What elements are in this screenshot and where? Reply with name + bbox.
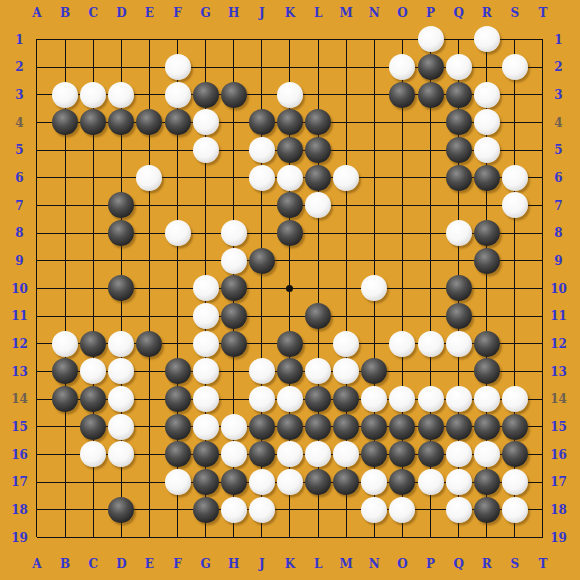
intersection-R15[interactable] [473, 413, 501, 441]
intersection-F9[interactable] [163, 247, 191, 275]
intersection-S19[interactable] [501, 524, 529, 552]
intersection-B18[interactable] [51, 496, 79, 524]
intersection-Q15[interactable] [445, 413, 473, 441]
intersection-T6[interactable] [529, 164, 557, 192]
intersection-O6[interactable] [388, 164, 416, 192]
intersection-N11[interactable] [360, 302, 388, 330]
intersection-D9[interactable] [107, 247, 135, 275]
intersection-D5[interactable] [107, 136, 135, 164]
intersection-K11[interactable] [276, 302, 304, 330]
intersection-D19[interactable] [107, 524, 135, 552]
intersection-P1[interactable] [416, 26, 444, 54]
intersection-H4[interactable] [220, 109, 248, 137]
intersection-H1[interactable] [220, 26, 248, 54]
intersection-K19[interactable] [276, 524, 304, 552]
intersection-S9[interactable] [501, 247, 529, 275]
intersection-E10[interactable] [135, 275, 163, 303]
intersection-G10[interactable] [192, 275, 220, 303]
intersection-Q14[interactable] [445, 385, 473, 413]
intersection-R11[interactable] [473, 302, 501, 330]
intersection-T5[interactable] [529, 136, 557, 164]
intersection-F13[interactable] [163, 358, 191, 386]
intersection-L1[interactable] [304, 26, 332, 54]
intersection-H11[interactable] [220, 302, 248, 330]
intersection-D4[interactable] [107, 109, 135, 137]
intersection-R3[interactable] [473, 81, 501, 109]
intersection-L3[interactable] [304, 81, 332, 109]
intersection-K17[interactable] [276, 468, 304, 496]
intersection-F8[interactable] [163, 219, 191, 247]
intersection-G19[interactable] [192, 524, 220, 552]
intersection-S16[interactable] [501, 441, 529, 469]
intersection-D10[interactable] [107, 275, 135, 303]
intersection-S5[interactable] [501, 136, 529, 164]
intersection-H19[interactable] [220, 524, 248, 552]
intersection-S15[interactable] [501, 413, 529, 441]
intersection-B16[interactable] [51, 441, 79, 469]
intersection-F11[interactable] [163, 302, 191, 330]
intersection-E11[interactable] [135, 302, 163, 330]
intersection-G9[interactable] [192, 247, 220, 275]
intersection-D1[interactable] [107, 26, 135, 54]
intersection-O11[interactable] [388, 302, 416, 330]
intersection-C1[interactable] [79, 26, 107, 54]
intersection-A9[interactable] [23, 247, 51, 275]
intersection-J3[interactable] [248, 81, 276, 109]
intersection-M10[interactable] [332, 275, 360, 303]
intersection-L18[interactable] [304, 496, 332, 524]
intersection-N12[interactable] [360, 330, 388, 358]
intersection-N8[interactable] [360, 219, 388, 247]
intersection-Q19[interactable] [445, 524, 473, 552]
intersection-C14[interactable] [79, 385, 107, 413]
intersection-N19[interactable] [360, 524, 388, 552]
intersection-C4[interactable] [79, 109, 107, 137]
intersection-D14[interactable] [107, 385, 135, 413]
intersection-Q16[interactable] [445, 441, 473, 469]
intersection-S8[interactable] [501, 219, 529, 247]
intersection-A2[interactable] [23, 53, 51, 81]
intersection-H18[interactable] [220, 496, 248, 524]
intersection-M1[interactable] [332, 26, 360, 54]
intersection-B15[interactable] [51, 413, 79, 441]
intersection-G4[interactable] [192, 109, 220, 137]
intersection-O9[interactable] [388, 247, 416, 275]
intersection-H15[interactable] [220, 413, 248, 441]
intersection-Q6[interactable] [445, 164, 473, 192]
intersection-S1[interactable] [501, 26, 529, 54]
intersection-A1[interactable] [23, 26, 51, 54]
intersection-R4[interactable] [473, 109, 501, 137]
intersection-C18[interactable] [79, 496, 107, 524]
intersection-E5[interactable] [135, 136, 163, 164]
intersection-O5[interactable] [388, 136, 416, 164]
intersection-B14[interactable] [51, 385, 79, 413]
intersection-S4[interactable] [501, 109, 529, 137]
intersection-A3[interactable] [23, 81, 51, 109]
intersection-L7[interactable] [304, 192, 332, 220]
intersection-N10[interactable] [360, 275, 388, 303]
intersection-B19[interactable] [51, 524, 79, 552]
intersection-P2[interactable] [416, 53, 444, 81]
intersection-N17[interactable] [360, 468, 388, 496]
intersection-B10[interactable] [51, 275, 79, 303]
intersection-Q4[interactable] [445, 109, 473, 137]
intersection-P4[interactable] [416, 109, 444, 137]
intersection-F18[interactable] [163, 496, 191, 524]
intersection-M12[interactable] [332, 330, 360, 358]
intersection-C12[interactable] [79, 330, 107, 358]
intersection-K10[interactable] [276, 275, 304, 303]
intersection-B6[interactable] [51, 164, 79, 192]
intersection-C17[interactable] [79, 468, 107, 496]
intersection-P16[interactable] [416, 441, 444, 469]
intersection-S7[interactable] [501, 192, 529, 220]
intersection-E8[interactable] [135, 219, 163, 247]
intersection-O17[interactable] [388, 468, 416, 496]
intersection-P8[interactable] [416, 219, 444, 247]
intersection-L10[interactable] [304, 275, 332, 303]
intersection-J18[interactable] [248, 496, 276, 524]
intersection-K9[interactable] [276, 247, 304, 275]
intersection-J4[interactable] [248, 109, 276, 137]
intersection-H14[interactable] [220, 385, 248, 413]
intersection-L2[interactable] [304, 53, 332, 81]
intersection-M2[interactable] [332, 53, 360, 81]
intersection-E13[interactable] [135, 358, 163, 386]
intersection-N9[interactable] [360, 247, 388, 275]
intersection-J19[interactable] [248, 524, 276, 552]
intersection-Q1[interactable] [445, 26, 473, 54]
intersection-G12[interactable] [192, 330, 220, 358]
intersection-G17[interactable] [192, 468, 220, 496]
intersection-K15[interactable] [276, 413, 304, 441]
intersection-G11[interactable] [192, 302, 220, 330]
intersection-H3[interactable] [220, 81, 248, 109]
intersection-O8[interactable] [388, 219, 416, 247]
intersection-D2[interactable] [107, 53, 135, 81]
intersection-T4[interactable] [529, 109, 557, 137]
intersection-B11[interactable] [51, 302, 79, 330]
intersection-B17[interactable] [51, 468, 79, 496]
intersection-C5[interactable] [79, 136, 107, 164]
intersection-O1[interactable] [388, 26, 416, 54]
intersection-D17[interactable] [107, 468, 135, 496]
intersection-E19[interactable] [135, 524, 163, 552]
intersection-J6[interactable] [248, 164, 276, 192]
intersection-P9[interactable] [416, 247, 444, 275]
intersection-B4[interactable] [51, 109, 79, 137]
intersection-H2[interactable] [220, 53, 248, 81]
intersection-K2[interactable] [276, 53, 304, 81]
intersection-L12[interactable] [304, 330, 332, 358]
intersection-L4[interactable] [304, 109, 332, 137]
intersection-G18[interactable] [192, 496, 220, 524]
intersection-M19[interactable] [332, 524, 360, 552]
intersection-E7[interactable] [135, 192, 163, 220]
intersection-J11[interactable] [248, 302, 276, 330]
intersection-K7[interactable] [276, 192, 304, 220]
intersection-S17[interactable] [501, 468, 529, 496]
intersection-G15[interactable] [192, 413, 220, 441]
intersection-M7[interactable] [332, 192, 360, 220]
intersection-N1[interactable] [360, 26, 388, 54]
intersection-J17[interactable] [248, 468, 276, 496]
intersection-L11[interactable] [304, 302, 332, 330]
intersection-L15[interactable] [304, 413, 332, 441]
intersection-R17[interactable] [473, 468, 501, 496]
intersection-R13[interactable] [473, 358, 501, 386]
intersection-F5[interactable] [163, 136, 191, 164]
intersection-L14[interactable] [304, 385, 332, 413]
intersection-E18[interactable] [135, 496, 163, 524]
intersection-P5[interactable] [416, 136, 444, 164]
intersection-P14[interactable] [416, 385, 444, 413]
intersection-H8[interactable] [220, 219, 248, 247]
intersection-Q5[interactable] [445, 136, 473, 164]
intersection-D11[interactable] [107, 302, 135, 330]
intersection-G6[interactable] [192, 164, 220, 192]
intersection-A4[interactable] [23, 109, 51, 137]
intersection-F1[interactable] [163, 26, 191, 54]
intersection-O12[interactable] [388, 330, 416, 358]
intersection-Q3[interactable] [445, 81, 473, 109]
intersection-B3[interactable] [51, 81, 79, 109]
intersection-R8[interactable] [473, 219, 501, 247]
intersection-H12[interactable] [220, 330, 248, 358]
intersection-P19[interactable] [416, 524, 444, 552]
intersection-M18[interactable] [332, 496, 360, 524]
intersection-K5[interactable] [276, 136, 304, 164]
intersection-O16[interactable] [388, 441, 416, 469]
intersection-S12[interactable] [501, 330, 529, 358]
intersection-C2[interactable] [79, 53, 107, 81]
intersection-B2[interactable] [51, 53, 79, 81]
intersection-B8[interactable] [51, 219, 79, 247]
intersection-N7[interactable] [360, 192, 388, 220]
intersection-J5[interactable] [248, 136, 276, 164]
intersection-R1[interactable] [473, 26, 501, 54]
intersection-S6[interactable] [501, 164, 529, 192]
intersection-D18[interactable] [107, 496, 135, 524]
intersection-T9[interactable] [529, 247, 557, 275]
intersection-E1[interactable] [135, 26, 163, 54]
intersection-C3[interactable] [79, 81, 107, 109]
intersection-J13[interactable] [248, 358, 276, 386]
intersection-F15[interactable] [163, 413, 191, 441]
intersection-Q9[interactable] [445, 247, 473, 275]
intersection-F3[interactable] [163, 81, 191, 109]
intersection-N15[interactable] [360, 413, 388, 441]
intersection-D6[interactable] [107, 164, 135, 192]
intersection-P11[interactable] [416, 302, 444, 330]
intersection-T3[interactable] [529, 81, 557, 109]
intersection-G7[interactable] [192, 192, 220, 220]
intersection-F17[interactable] [163, 468, 191, 496]
intersection-Q13[interactable] [445, 358, 473, 386]
intersection-F7[interactable] [163, 192, 191, 220]
intersection-P7[interactable] [416, 192, 444, 220]
intersection-M4[interactable] [332, 109, 360, 137]
intersection-T7[interactable] [529, 192, 557, 220]
intersection-H5[interactable] [220, 136, 248, 164]
intersection-E12[interactable] [135, 330, 163, 358]
intersection-C7[interactable] [79, 192, 107, 220]
intersection-M9[interactable] [332, 247, 360, 275]
intersection-Q17[interactable] [445, 468, 473, 496]
intersection-B12[interactable] [51, 330, 79, 358]
intersection-N4[interactable] [360, 109, 388, 137]
intersection-F12[interactable] [163, 330, 191, 358]
intersection-K4[interactable] [276, 109, 304, 137]
intersection-H7[interactable] [220, 192, 248, 220]
intersection-E14[interactable] [135, 385, 163, 413]
intersection-D15[interactable] [107, 413, 135, 441]
intersection-M17[interactable] [332, 468, 360, 496]
intersection-K18[interactable] [276, 496, 304, 524]
intersection-P3[interactable] [416, 81, 444, 109]
intersection-C6[interactable] [79, 164, 107, 192]
intersection-F10[interactable] [163, 275, 191, 303]
intersection-L8[interactable] [304, 219, 332, 247]
intersection-R14[interactable] [473, 385, 501, 413]
intersection-D7[interactable] [107, 192, 135, 220]
intersection-E17[interactable] [135, 468, 163, 496]
intersection-G3[interactable] [192, 81, 220, 109]
intersection-O14[interactable] [388, 385, 416, 413]
intersection-Q7[interactable] [445, 192, 473, 220]
intersection-E16[interactable] [135, 441, 163, 469]
intersection-L13[interactable] [304, 358, 332, 386]
intersection-T2[interactable] [529, 53, 557, 81]
intersection-N6[interactable] [360, 164, 388, 192]
intersection-R19[interactable] [473, 524, 501, 552]
intersection-G1[interactable] [192, 26, 220, 54]
intersection-F16[interactable] [163, 441, 191, 469]
intersection-G13[interactable] [192, 358, 220, 386]
intersection-J9[interactable] [248, 247, 276, 275]
intersection-J10[interactable] [248, 275, 276, 303]
intersection-J16[interactable] [248, 441, 276, 469]
intersection-D12[interactable] [107, 330, 135, 358]
intersection-Q10[interactable] [445, 275, 473, 303]
intersection-K1[interactable] [276, 26, 304, 54]
intersection-T8[interactable] [529, 219, 557, 247]
intersection-N5[interactable] [360, 136, 388, 164]
intersection-O3[interactable] [388, 81, 416, 109]
intersection-R9[interactable] [473, 247, 501, 275]
intersection-E2[interactable] [135, 53, 163, 81]
intersection-C19[interactable] [79, 524, 107, 552]
intersection-B9[interactable] [51, 247, 79, 275]
intersection-S11[interactable] [501, 302, 529, 330]
intersection-M6[interactable] [332, 164, 360, 192]
intersection-K3[interactable] [276, 81, 304, 109]
intersection-C16[interactable] [79, 441, 107, 469]
intersection-L9[interactable] [304, 247, 332, 275]
intersection-O15[interactable] [388, 413, 416, 441]
intersection-R7[interactable] [473, 192, 501, 220]
intersection-F2[interactable] [163, 53, 191, 81]
intersection-M15[interactable] [332, 413, 360, 441]
intersection-G14[interactable] [192, 385, 220, 413]
intersection-L17[interactable] [304, 468, 332, 496]
intersection-J8[interactable] [248, 219, 276, 247]
intersection-Q8[interactable] [445, 219, 473, 247]
intersection-A6[interactable] [23, 164, 51, 192]
intersection-H9[interactable] [220, 247, 248, 275]
intersection-Q2[interactable] [445, 53, 473, 81]
intersection-J2[interactable] [248, 53, 276, 81]
intersection-O10[interactable] [388, 275, 416, 303]
intersection-K6[interactable] [276, 164, 304, 192]
intersection-G5[interactable] [192, 136, 220, 164]
intersection-R2[interactable] [473, 53, 501, 81]
intersection-H6[interactable] [220, 164, 248, 192]
intersection-M14[interactable] [332, 385, 360, 413]
intersection-L5[interactable] [304, 136, 332, 164]
intersection-K13[interactable] [276, 358, 304, 386]
intersection-B13[interactable] [51, 358, 79, 386]
intersection-L19[interactable] [304, 524, 332, 552]
intersection-J1[interactable] [248, 26, 276, 54]
intersection-P17[interactable] [416, 468, 444, 496]
intersection-R16[interactable] [473, 441, 501, 469]
intersection-E4[interactable] [135, 109, 163, 137]
intersection-Q12[interactable] [445, 330, 473, 358]
intersection-N3[interactable] [360, 81, 388, 109]
intersection-K8[interactable] [276, 219, 304, 247]
intersection-F6[interactable] [163, 164, 191, 192]
intersection-K16[interactable] [276, 441, 304, 469]
intersection-M8[interactable] [332, 219, 360, 247]
intersection-N14[interactable] [360, 385, 388, 413]
intersection-N16[interactable] [360, 441, 388, 469]
intersection-O2[interactable] [388, 53, 416, 81]
intersection-A8[interactable] [23, 219, 51, 247]
intersection-R18[interactable] [473, 496, 501, 524]
intersection-N2[interactable] [360, 53, 388, 81]
intersection-E3[interactable] [135, 81, 163, 109]
intersection-M5[interactable] [332, 136, 360, 164]
intersection-D3[interactable] [107, 81, 135, 109]
intersection-E6[interactable] [135, 164, 163, 192]
intersection-S18[interactable] [501, 496, 529, 524]
intersection-S13[interactable] [501, 358, 529, 386]
intersection-O4[interactable] [388, 109, 416, 137]
intersection-C10[interactable] [79, 275, 107, 303]
intersection-A5[interactable] [23, 136, 51, 164]
intersection-C13[interactable] [79, 358, 107, 386]
intersection-M13[interactable] [332, 358, 360, 386]
intersection-T1[interactable] [529, 26, 557, 54]
intersection-E15[interactable] [135, 413, 163, 441]
intersection-H17[interactable] [220, 468, 248, 496]
intersection-P10[interactable] [416, 275, 444, 303]
intersection-M11[interactable] [332, 302, 360, 330]
intersection-D16[interactable] [107, 441, 135, 469]
intersection-C15[interactable] [79, 413, 107, 441]
intersection-F4[interactable] [163, 109, 191, 137]
intersection-L16[interactable] [304, 441, 332, 469]
intersection-H13[interactable] [220, 358, 248, 386]
intersection-R5[interactable] [473, 136, 501, 164]
intersection-E9[interactable] [135, 247, 163, 275]
intersection-D13[interactable] [107, 358, 135, 386]
intersection-B5[interactable] [51, 136, 79, 164]
intersection-O19[interactable] [388, 524, 416, 552]
intersection-P18[interactable] [416, 496, 444, 524]
